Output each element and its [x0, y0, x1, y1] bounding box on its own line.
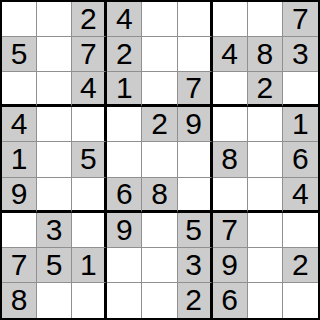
cell-r4c1[interactable]: 4	[2, 107, 37, 142]
cell-r4c6[interactable]: 9	[178, 107, 213, 142]
cell-r3c1[interactable]	[2, 72, 37, 107]
cell-r6c9[interactable]: 4	[283, 178, 318, 213]
cell-r2c4[interactable]: 2	[107, 37, 142, 72]
cell-r1c9[interactable]: 7	[283, 2, 318, 37]
cell-r1c1[interactable]	[2, 2, 37, 37]
cell-r6c8[interactable]	[248, 178, 283, 213]
cell-r2c7[interactable]: 4	[213, 37, 248, 72]
cell-r5c8[interactable]	[248, 142, 283, 177]
cell-r6c2[interactable]	[37, 178, 72, 213]
cell-r2c8[interactable]: 8	[248, 37, 283, 72]
cell-r6c7[interactable]	[213, 178, 248, 213]
cell-r2c5[interactable]	[142, 37, 177, 72]
cell-r8c6[interactable]: 3	[178, 248, 213, 283]
cell-r9c1[interactable]: 8	[2, 283, 37, 318]
cell-r8c4[interactable]	[107, 248, 142, 283]
cell-r9c8[interactable]	[248, 283, 283, 318]
cell-r7c1[interactable]	[2, 213, 37, 248]
cell-r8c7[interactable]: 9	[213, 248, 248, 283]
cell-r1c6[interactable]	[178, 2, 213, 37]
cell-r7c8[interactable]	[248, 213, 283, 248]
cell-r2c6[interactable]	[178, 37, 213, 72]
cell-r3c3[interactable]: 4	[72, 72, 107, 107]
cell-r2c2[interactable]	[37, 37, 72, 72]
cell-r5c4[interactable]	[107, 142, 142, 177]
cell-r4c8[interactable]	[248, 107, 283, 142]
cell-r3c6[interactable]: 7	[178, 72, 213, 107]
cell-r5c7[interactable]: 8	[213, 142, 248, 177]
cell-r8c2[interactable]: 5	[37, 248, 72, 283]
cell-r1c8[interactable]	[248, 2, 283, 37]
cell-r1c2[interactable]	[37, 2, 72, 37]
cell-r4c9[interactable]: 1	[283, 107, 318, 142]
cell-r5c3[interactable]: 5	[72, 142, 107, 177]
cell-r1c3[interactable]: 2	[72, 2, 107, 37]
cell-r5c5[interactable]	[142, 142, 177, 177]
cell-r9c5[interactable]	[142, 283, 177, 318]
cell-r3c4[interactable]: 1	[107, 72, 142, 107]
cell-r7c7[interactable]: 7	[213, 213, 248, 248]
cell-r4c5[interactable]: 2	[142, 107, 177, 142]
cell-r1c7[interactable]	[213, 2, 248, 37]
sudoku-board: 24757248341724291158696843957751392826	[0, 0, 320, 320]
cell-r8c5[interactable]	[142, 248, 177, 283]
cell-r2c1[interactable]: 5	[2, 37, 37, 72]
cell-r1c5[interactable]	[142, 2, 177, 37]
cell-r9c2[interactable]	[37, 283, 72, 318]
cell-r2c9[interactable]: 3	[283, 37, 318, 72]
cell-r8c9[interactable]: 2	[283, 248, 318, 283]
cell-r9c9[interactable]	[283, 283, 318, 318]
cell-r3c8[interactable]: 2	[248, 72, 283, 107]
cell-r9c6[interactable]: 2	[178, 283, 213, 318]
cell-r7c6[interactable]: 5	[178, 213, 213, 248]
cell-r9c7[interactable]: 6	[213, 283, 248, 318]
cell-r6c4[interactable]: 6	[107, 178, 142, 213]
cell-r3c5[interactable]	[142, 72, 177, 107]
cell-r8c3[interactable]: 1	[72, 248, 107, 283]
cell-r4c3[interactable]	[72, 107, 107, 142]
cell-r6c6[interactable]	[178, 178, 213, 213]
cell-r5c1[interactable]: 1	[2, 142, 37, 177]
cell-r6c3[interactable]	[72, 178, 107, 213]
cell-r5c9[interactable]: 6	[283, 142, 318, 177]
cell-r8c8[interactable]	[248, 248, 283, 283]
cell-r3c7[interactable]	[213, 72, 248, 107]
cell-r8c1[interactable]: 7	[2, 248, 37, 283]
cell-r2c3[interactable]: 7	[72, 37, 107, 72]
cell-r7c2[interactable]: 3	[37, 213, 72, 248]
cell-r4c4[interactable]	[107, 107, 142, 142]
cell-r4c7[interactable]	[213, 107, 248, 142]
cell-r3c9[interactable]	[283, 72, 318, 107]
cell-r9c4[interactable]	[107, 283, 142, 318]
cell-r7c4[interactable]: 9	[107, 213, 142, 248]
cell-r5c6[interactable]	[178, 142, 213, 177]
cell-r4c2[interactable]	[37, 107, 72, 142]
cell-r9c3[interactable]	[72, 283, 107, 318]
cell-r1c4[interactable]: 4	[107, 2, 142, 37]
cell-r7c5[interactable]	[142, 213, 177, 248]
cell-r7c9[interactable]	[283, 213, 318, 248]
cell-r5c2[interactable]	[37, 142, 72, 177]
cell-r6c5[interactable]: 8	[142, 178, 177, 213]
cell-r3c2[interactable]	[37, 72, 72, 107]
cell-r7c3[interactable]	[72, 213, 107, 248]
cell-r6c1[interactable]: 9	[2, 178, 37, 213]
